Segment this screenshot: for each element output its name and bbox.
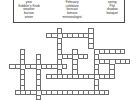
word-bank-word: banquet [106,12,118,16]
crossword-cell[interactable] [83,54,88,59]
crossword-cell[interactable] [109,74,114,79]
crossword-cell[interactable] [120,49,125,54]
word-bank-column-3: celebrationspringPhilshadowbanquet [104,0,120,21]
crossword-cell[interactable] [62,64,67,69]
word-bank-word: meteorologist [63,16,82,20]
word-bank-column-1: groundhogyearGobbler's Knobweatherburrow… [18,0,40,21]
word-bank-word: winter [25,16,34,20]
crossword-cell[interactable] [36,95,41,100]
crossword-cell[interactable] [125,59,130,64]
word-bank-box: groundhogyearGobbler's Knobweatherburrow… [13,0,125,23]
crossword-cell[interactable] [104,90,109,95]
word-bank-column-2: legendFebruarycelebrateforecastfamousmet… [63,0,82,21]
crossword-worksheet: groundhogyearGobbler's Knobweatherburrow… [0,0,140,100]
crossword-grid [4,28,136,100]
